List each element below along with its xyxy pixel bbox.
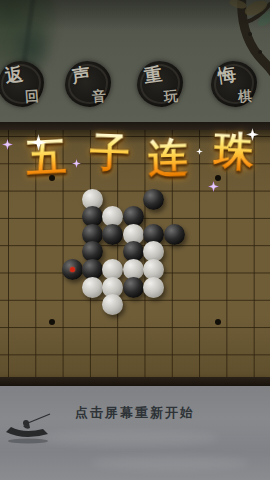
game-title-char: 连 [147,136,188,177]
game-screen[interactable]: 返 回 声 音 重 玩 悔 棋 五 子 连 珠 [0,0,270,480]
star-point [215,175,221,181]
stone-black [164,224,185,245]
vignette [0,0,270,30]
star-point [49,175,55,181]
star-point [215,319,221,325]
undo-button-label: 棋 [238,89,253,104]
back-button-label: 返 [4,65,24,85]
replay-button-label: 玩 [164,89,179,104]
star-point [49,319,55,325]
sound-button-label: 声 [71,65,91,85]
back-button-label: 回 [25,89,40,104]
undo-button-label: 悔 [217,65,237,85]
stone-white [82,277,103,298]
stone-black [143,189,164,210]
game-title-char: 子 [89,131,130,172]
stone-black [123,277,144,298]
last-move-marker [70,267,75,272]
stone-white [143,277,164,298]
sound-button-label: 音 [92,89,107,104]
stone-black [62,259,83,280]
undo-button[interactable]: 悔 棋 [211,61,257,107]
board-bottom-edge [0,377,270,386]
sound-button[interactable]: 声 音 [65,61,111,107]
bottom-background [0,386,270,480]
game-title-char: 珠 [213,130,255,172]
stone-black [102,224,123,245]
back-button[interactable]: 返 回 [0,61,44,107]
restart-hint-text: 点击屏幕重新开始 [0,404,270,422]
mist-art [90,456,250,470]
replay-button[interactable]: 重 玩 [137,61,183,107]
replay-button-label: 重 [143,65,163,85]
